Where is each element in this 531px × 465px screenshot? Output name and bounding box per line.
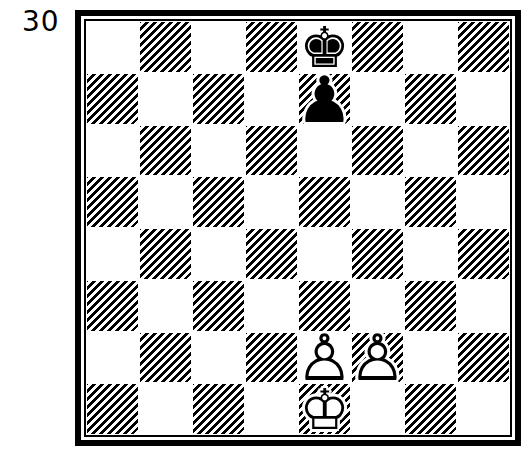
square-b8[interactable]: [139, 21, 192, 73]
diagram-number: 30: [22, 5, 60, 38]
square-e2[interactable]: ♟♙: [298, 332, 351, 384]
white-king-outline: ♔: [298, 384, 351, 436]
square-f4[interactable]: [351, 228, 404, 280]
square-g3[interactable]: [404, 280, 457, 332]
square-h2[interactable]: [457, 332, 510, 384]
square-c2[interactable]: [192, 332, 245, 384]
square-f5[interactable]: [351, 176, 404, 228]
square-c6[interactable]: [192, 125, 245, 177]
white-king[interactable]: ♚♔: [298, 383, 351, 435]
square-c3[interactable]: [192, 280, 245, 332]
square-c7[interactable]: [192, 73, 245, 125]
square-b2[interactable]: [139, 332, 192, 384]
square-d6[interactable]: [245, 125, 298, 177]
square-f1[interactable]: [351, 383, 404, 435]
square-g7[interactable]: [404, 73, 457, 125]
square-h6[interactable]: [457, 125, 510, 177]
square-g2[interactable]: [404, 332, 457, 384]
square-d4[interactable]: [245, 228, 298, 280]
square-c1[interactable]: [192, 383, 245, 435]
square-a8[interactable]: [86, 21, 139, 73]
square-a2[interactable]: [86, 332, 139, 384]
chessboard: ♚♟♟♙♟♙♚♔: [75, 10, 521, 446]
white-pawn[interactable]: ♟♙: [298, 332, 351, 384]
square-e5[interactable]: [298, 176, 351, 228]
square-c4[interactable]: [192, 228, 245, 280]
square-h5[interactable]: [457, 176, 510, 228]
square-a6[interactable]: [86, 125, 139, 177]
square-b5[interactable]: [139, 176, 192, 228]
white-pawn[interactable]: ♟♙: [351, 332, 404, 384]
square-f7[interactable]: [351, 73, 404, 125]
square-g5[interactable]: [404, 176, 457, 228]
square-b1[interactable]: [139, 383, 192, 435]
white-pawn-outline: ♙: [351, 333, 404, 385]
black-pawn-glyph: ♟: [298, 74, 351, 126]
square-a7[interactable]: [86, 73, 139, 125]
square-h7[interactable]: [457, 73, 510, 125]
chessboard-inner-border: ♚♟♟♙♟♙♚♔: [84, 19, 512, 437]
square-a5[interactable]: [86, 176, 139, 228]
square-f8[interactable]: [351, 21, 404, 73]
square-b6[interactable]: [139, 125, 192, 177]
square-e1[interactable]: ♚♔: [298, 383, 351, 435]
square-g6[interactable]: [404, 125, 457, 177]
square-f6[interactable]: [351, 125, 404, 177]
square-a1[interactable]: [86, 383, 139, 435]
square-h8[interactable]: [457, 21, 510, 73]
square-d8[interactable]: [245, 21, 298, 73]
square-h3[interactable]: [457, 280, 510, 332]
square-g4[interactable]: [404, 228, 457, 280]
square-d1[interactable]: [245, 383, 298, 435]
square-d3[interactable]: [245, 280, 298, 332]
square-b3[interactable]: [139, 280, 192, 332]
square-e6[interactable]: [298, 125, 351, 177]
square-e4[interactable]: [298, 228, 351, 280]
square-g8[interactable]: [404, 21, 457, 73]
square-a3[interactable]: [86, 280, 139, 332]
square-a4[interactable]: [86, 228, 139, 280]
square-c8[interactable]: [192, 21, 245, 73]
square-h1[interactable]: [457, 383, 510, 435]
square-g1[interactable]: [404, 383, 457, 435]
chessboard-grid: ♚♟♟♙♟♙♚♔: [86, 21, 510, 435]
square-d2[interactable]: [245, 332, 298, 384]
square-b7[interactable]: [139, 73, 192, 125]
square-d5[interactable]: [245, 176, 298, 228]
square-b4[interactable]: [139, 228, 192, 280]
square-d7[interactable]: [245, 73, 298, 125]
black-pawn[interactable]: ♟: [298, 73, 351, 125]
square-h4[interactable]: [457, 228, 510, 280]
square-e7[interactable]: ♟: [298, 73, 351, 125]
square-f2[interactable]: ♟♙: [351, 332, 404, 384]
square-c5[interactable]: [192, 176, 245, 228]
